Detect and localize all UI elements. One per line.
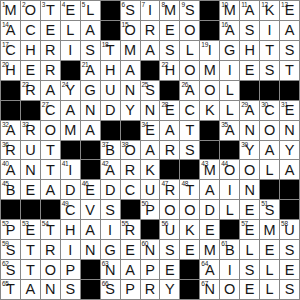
grid-cell[interactable]: 2O	[21, 1, 40, 20]
grid-cell[interactable]: 32A	[1, 121, 20, 140]
grid-cell[interactable]: O	[180, 200, 199, 219]
grid-cell[interactable]: E	[160, 21, 179, 40]
cell-letter: R	[41, 41, 60, 60]
grid-cell[interactable]: 6S	[121, 1, 140, 20]
grid-cell[interactable]: E	[41, 21, 60, 40]
grid-cell[interactable]: A	[160, 121, 179, 140]
grid-cell[interactable]: A	[81, 220, 100, 239]
grid-cell[interactable]: 17C	[1, 41, 20, 60]
cell-letter: P	[141, 260, 160, 279]
grid-cell[interactable]: R	[141, 21, 160, 40]
cell-letter: O	[160, 200, 179, 219]
grid-cell[interactable]: S	[101, 200, 120, 219]
grid-cell[interactable]: E	[121, 240, 140, 259]
grid-cell[interactable]: L	[240, 240, 259, 259]
grid-cell[interactable]: 64A	[200, 260, 219, 279]
grid-cell[interactable]: 65T	[1, 280, 20, 299]
grid-cell[interactable]: 36R	[1, 141, 20, 160]
grid-cell[interactable]: 31E	[280, 101, 299, 120]
cell-letter: E	[240, 280, 259, 299]
cell-letter: E	[160, 260, 179, 279]
grid-cell[interactable]: 67N	[200, 280, 219, 299]
grid-cell[interactable]: 43M	[200, 160, 219, 179]
cell-letter: E	[240, 61, 259, 80]
grid-cell[interactable]: U	[141, 180, 160, 199]
grid-cell[interactable]: 23R	[21, 81, 40, 100]
cell-letter: K	[200, 101, 219, 120]
grid-cell[interactable]: 57E	[240, 220, 259, 239]
cell-letter: O	[180, 200, 199, 219]
grid-cell[interactable]: 39Y	[240, 141, 259, 160]
grid-cell[interactable]: 66S	[101, 280, 120, 299]
cell-letter: Y	[121, 101, 140, 120]
grid-cell[interactable]: C	[121, 180, 140, 199]
cell-letter: O	[41, 121, 60, 140]
cell-letter: U	[280, 220, 299, 239]
cell-letter: M	[260, 220, 279, 239]
grid-cell[interactable]: 5L	[81, 1, 100, 20]
cell-letter: N	[240, 121, 259, 140]
black-cell	[180, 160, 199, 179]
grid-cell[interactable]: O	[180, 21, 199, 40]
cell-letter: S	[1, 240, 20, 259]
cell-letter: Y	[240, 141, 259, 160]
cell-letter: R	[141, 21, 160, 40]
grid-cell[interactable]: A	[61, 101, 80, 120]
grid-cell[interactable]: N	[240, 121, 259, 140]
grid-cell[interactable]: 51S	[260, 200, 279, 219]
grid-cell[interactable]: 54T	[41, 220, 60, 239]
cell-letter: C	[180, 101, 199, 120]
cell-letter: S	[101, 200, 120, 219]
grid-cell[interactable]: G	[81, 81, 100, 100]
grid-cell[interactable]: N	[240, 180, 259, 199]
grid-cell[interactable]: A	[21, 280, 40, 299]
grid-cell[interactable]: 47R	[160, 180, 179, 199]
grid-cell[interactable]: Y	[121, 101, 140, 120]
grid-cell[interactable]: N	[280, 121, 299, 140]
cell-letter: E	[21, 61, 40, 80]
grid-cell[interactable]: T	[280, 61, 299, 80]
grid-cell[interactable]: E	[260, 240, 279, 259]
grid-cell[interactable]: K	[141, 160, 160, 179]
grid-cell[interactable]: R	[41, 41, 60, 60]
cell-letter: T	[260, 41, 279, 60]
grid-cell[interactable]: E	[21, 180, 40, 199]
grid-cell[interactable]: 19I	[200, 41, 219, 60]
grid-cell[interactable]: 15O	[121, 21, 140, 40]
grid-cell[interactable]: S	[160, 41, 179, 60]
grid-cell[interactable]: E	[21, 61, 40, 80]
grid-cell[interactable]: 49C	[61, 200, 80, 219]
grid-cell[interactable]: L	[260, 260, 279, 279]
grid-cell[interactable]: T	[260, 41, 279, 60]
grid-cell[interactable]: T	[21, 240, 40, 259]
cell-letter: S	[280, 41, 299, 60]
grid-cell[interactable]: A	[121, 260, 140, 279]
black-cell	[260, 81, 279, 100]
grid-cell[interactable]: D	[101, 180, 120, 199]
cell-letter: R	[1, 141, 20, 160]
grid-cell[interactable]: S	[61, 280, 80, 299]
grid-cell[interactable]: L	[180, 41, 199, 60]
grid-cell[interactable]: M	[61, 121, 80, 140]
cell-letter: T	[101, 41, 120, 60]
grid-cell[interactable]: T	[21, 260, 40, 279]
grid-cell[interactable]: O	[200, 81, 219, 100]
grid-cell[interactable]: 37B	[101, 141, 120, 160]
grid-cell[interactable]: A	[280, 160, 299, 179]
cell-letter: D	[200, 200, 219, 219]
grid-cell[interactable]: O	[160, 200, 179, 219]
black-cell	[200, 121, 219, 140]
grid-cell[interactable]: 12K	[260, 1, 279, 20]
grid-cell[interactable]: 4E	[61, 1, 80, 20]
grid-cell[interactable]: R	[160, 141, 179, 160]
cell-letter: O	[220, 160, 239, 179]
cell-letter: I	[260, 21, 279, 40]
cell-letter: T	[41, 160, 60, 179]
grid-cell[interactable]: 46E	[81, 180, 100, 199]
grid-cell[interactable]: 11A	[240, 1, 259, 20]
cell-letter: M	[200, 240, 219, 259]
grid-cell[interactable]: 56U	[160, 220, 179, 239]
cell-letter: R	[160, 141, 179, 160]
grid-cell[interactable]: 16A	[220, 21, 239, 40]
grid-cell[interactable]: I	[220, 260, 239, 279]
cell-letter: M	[200, 160, 219, 179]
black-cell	[101, 121, 120, 140]
grid-cell[interactable]: Y	[160, 280, 179, 299]
grid-cell[interactable]: R	[141, 280, 160, 299]
cell-letter: I	[61, 41, 80, 60]
black-cell	[160, 160, 179, 179]
cell-letter: A	[180, 81, 199, 100]
grid-cell[interactable]: S	[81, 41, 100, 60]
grid-cell[interactable]: L	[260, 280, 279, 299]
grid-cell[interactable]: I	[101, 220, 120, 239]
grid-cell[interactable]: E	[240, 280, 259, 299]
grid-cell[interactable]: O	[41, 121, 60, 140]
grid-cell[interactable]: 59S	[1, 240, 20, 259]
grid-cell[interactable]: 1M	[1, 1, 20, 20]
black-cell	[1, 81, 20, 100]
grid-cell[interactable]: D	[200, 200, 219, 219]
cell-letter: E	[280, 1, 299, 20]
grid-cell[interactable]: R	[41, 61, 60, 80]
grid-cell[interactable]: M	[121, 41, 140, 60]
cell-letter: B	[101, 141, 120, 160]
grid-cell[interactable]: 9S	[180, 1, 199, 20]
grid-cell[interactable]: 63N	[101, 260, 120, 279]
grid-cell[interactable]: P	[121, 280, 140, 299]
grid-cell[interactable]: 8M	[160, 1, 179, 20]
grid-cell[interactable]: A	[81, 121, 100, 140]
grid-cell[interactable]: 26A	[180, 81, 199, 100]
black-cell	[1, 200, 20, 219]
grid-cell[interactable]: S	[240, 260, 259, 279]
cell-letter: A	[260, 141, 279, 160]
cell-letter: S	[240, 260, 259, 279]
grid-cell[interactable]: M	[200, 61, 219, 80]
grid-cell[interactable]: M	[200, 240, 219, 259]
grid-cell[interactable]: A	[41, 81, 60, 100]
cell-letter: E	[180, 240, 199, 259]
grid-cell[interactable]: I	[220, 61, 239, 80]
grid-cell[interactable]: 40A	[1, 160, 20, 179]
grid-cell[interactable]: T	[180, 121, 199, 140]
grid-cell[interactable]: 20H	[1, 61, 20, 80]
cell-letter: T	[280, 61, 299, 80]
grid-cell[interactable]: 61B	[220, 240, 239, 259]
black-cell	[81, 260, 100, 279]
grid-cell[interactable]: Y	[280, 141, 299, 160]
cell-letter: A	[141, 141, 160, 160]
grid-cell[interactable]: A	[280, 21, 299, 40]
grid-cell[interactable]: E	[200, 220, 219, 239]
grid-cell[interactable]: R	[41, 240, 60, 259]
cell-letter: D	[61, 180, 80, 199]
grid-cell[interactable]: 24Y	[61, 81, 80, 100]
cell-letter: A	[1, 21, 20, 40]
grid-cell[interactable]: S	[260, 61, 279, 80]
cell-letter: E	[61, 1, 80, 20]
cell-letter: A	[81, 121, 100, 140]
cell-letter: S	[141, 81, 160, 100]
grid-cell[interactable]: O	[41, 260, 60, 279]
grid-cell[interactable]: E	[240, 61, 259, 80]
cell-letter: E	[21, 180, 40, 199]
cell-letter: S	[160, 240, 179, 259]
cell-letter: P	[1, 220, 20, 239]
cell-letter: I	[141, 1, 160, 20]
cell-letter: R	[41, 240, 60, 259]
cell-letter: N	[41, 280, 60, 299]
cell-letter: L	[260, 260, 279, 279]
grid-cell[interactable]: A	[200, 180, 219, 199]
cell-letter: S	[280, 240, 299, 259]
cell-letter: A	[121, 260, 140, 279]
cell-letter: O	[240, 160, 259, 179]
cell-letter: A	[220, 21, 239, 40]
grid-cell[interactable]: 45B	[1, 180, 20, 199]
grid-cell[interactable]: L	[220, 200, 239, 219]
black-cell	[141, 220, 160, 239]
grid-cell[interactable]: 52P	[1, 220, 20, 239]
cell-letter: L	[220, 200, 239, 219]
grid-cell[interactable]: U	[101, 81, 120, 100]
grid-cell[interactable]: S	[280, 240, 299, 259]
cell-letter: E	[200, 220, 219, 239]
crossword-grid: 1M2O3T4E5L6S7I8M9S10M11A12K13E14ACELA15O…	[0, 0, 300, 300]
grid-cell[interactable]: A	[260, 141, 279, 160]
grid-cell[interactable]: C	[21, 21, 40, 40]
grid-cell[interactable]: V	[81, 200, 100, 219]
grid-cell[interactable]: A	[81, 21, 100, 40]
cell-letter: E	[21, 220, 40, 239]
grid-cell[interactable]: O	[180, 61, 199, 80]
grid-cell[interactable]: 18T	[101, 41, 120, 60]
grid-cell[interactable]: H	[101, 61, 120, 80]
grid-cell[interactable]: D	[101, 101, 120, 120]
grid-cell[interactable]: N	[141, 101, 160, 120]
grid-cell[interactable]: S	[180, 141, 199, 160]
cell-letter: L	[61, 21, 80, 40]
cell-letter: E	[280, 260, 299, 279]
grid-cell[interactable]: T	[41, 160, 60, 179]
grid-cell[interactable]: 13E	[280, 1, 299, 20]
grid-cell[interactable]: 14A	[1, 21, 20, 40]
cell-letter: R	[121, 220, 140, 239]
grid-cell[interactable]: G	[220, 41, 239, 60]
cell-letter: M	[160, 1, 179, 20]
cell-letter: U	[160, 220, 179, 239]
grid-cell[interactable]: U	[21, 141, 40, 160]
grid-cell[interactable]: E	[240, 200, 259, 219]
cell-letter: N	[121, 81, 140, 100]
grid-cell[interactable]: 53E	[21, 220, 40, 239]
grid-cell[interactable]: 58U	[280, 220, 299, 239]
cell-letter: A	[41, 180, 60, 199]
grid-cell[interactable]: 34E	[141, 121, 160, 140]
grid-cell[interactable]: H	[21, 41, 40, 60]
grid-cell[interactable]: H	[61, 220, 80, 239]
grid-cell[interactable]: T	[41, 141, 60, 160]
cell-letter: M	[200, 61, 219, 80]
cell-letter: S	[260, 61, 279, 80]
grid-cell[interactable]: L	[220, 81, 239, 100]
grid-cell[interactable]: A	[141, 41, 160, 60]
grid-cell[interactable]: 48T	[180, 180, 199, 199]
cell-letter: A	[240, 1, 259, 20]
black-cell	[160, 81, 179, 100]
grid-cell[interactable]: E	[280, 260, 299, 279]
grid-cell[interactable]: 29A	[240, 101, 259, 120]
cell-letter: S	[101, 280, 120, 299]
grid-cell[interactable]: 35A	[220, 121, 239, 140]
grid-cell[interactable]: I	[220, 180, 239, 199]
grid-cell[interactable]: 60N	[141, 240, 160, 259]
grid-cell[interactable]: N	[81, 101, 100, 120]
grid-cell[interactable]: A	[121, 61, 140, 80]
cell-letter: I	[220, 260, 239, 279]
cell-letter: O	[41, 260, 60, 279]
cell-letter: I	[61, 240, 80, 259]
grid-cell[interactable]: K	[200, 101, 219, 120]
cell-letter: C	[1, 41, 20, 60]
cell-letter: O	[180, 21, 199, 40]
grid-cell[interactable]: P	[141, 260, 160, 279]
grid-cell[interactable]: C	[180, 101, 199, 120]
grid-cell[interactable]: 50P	[141, 200, 160, 219]
black-cell	[81, 280, 100, 299]
cell-letter: G	[220, 41, 239, 60]
grid-cell[interactable]: 33R	[21, 121, 40, 140]
cell-letter: B	[1, 180, 20, 199]
cell-letter: S	[1, 260, 20, 279]
cell-letter: A	[1, 160, 20, 179]
grid-cell[interactable]: E	[160, 260, 179, 279]
grid-cell[interactable]: S	[240, 21, 259, 40]
grid-cell[interactable]: 3T	[41, 1, 60, 20]
grid-cell[interactable]: 21A	[81, 61, 100, 80]
cell-letter: A	[220, 121, 239, 140]
grid-cell[interactable]: N	[41, 280, 60, 299]
cell-letter: T	[180, 121, 199, 140]
cell-letter: N	[240, 180, 259, 199]
cell-letter: A	[81, 61, 100, 80]
cell-letter: A	[81, 21, 100, 40]
grid-cell[interactable]: 44O	[220, 160, 239, 179]
grid-cell[interactable]: K	[180, 220, 199, 239]
cell-letter: T	[41, 141, 60, 160]
grid-cell[interactable]: S	[160, 240, 179, 259]
grid-cell[interactable]: 22H	[160, 61, 179, 80]
grid-cell[interactable]: I	[61, 240, 80, 259]
grid-cell[interactable]: 10M	[220, 1, 239, 20]
grid-cell[interactable]: O	[220, 280, 239, 299]
grid-cell[interactable]: L	[260, 160, 279, 179]
grid-cell[interactable]: I	[260, 21, 279, 40]
grid-cell[interactable]: 38O	[121, 141, 140, 160]
grid-cell[interactable]: L	[220, 101, 239, 120]
grid-cell[interactable]: 28E	[160, 101, 179, 120]
cell-letter: M	[61, 121, 80, 140]
grid-cell[interactable]: E	[180, 240, 199, 259]
grid-cell[interactable]: 62S	[1, 260, 20, 279]
grid-cell[interactable]: A	[141, 141, 160, 160]
cell-letter: E	[121, 240, 140, 259]
grid-cell[interactable]: N	[81, 240, 100, 259]
grid-cell[interactable]: I	[61, 41, 80, 60]
grid-cell[interactable]: R	[121, 160, 140, 179]
grid-cell[interactable]: 25S	[141, 81, 160, 100]
grid-cell[interactable]: P	[61, 260, 80, 279]
grid-cell[interactable]: 30C	[260, 101, 279, 120]
grid-cell[interactable]: M	[260, 220, 279, 239]
grid-cell[interactable]: D	[61, 180, 80, 199]
grid-cell[interactable]: 7I	[141, 1, 160, 20]
cell-letter: T	[41, 1, 60, 20]
cell-letter: C	[61, 200, 80, 219]
cell-letter: C	[121, 180, 140, 199]
grid-cell[interactable]: A	[41, 180, 60, 199]
grid-cell[interactable]: 27C	[41, 101, 60, 120]
grid-cell[interactable]: L	[61, 21, 80, 40]
grid-cell[interactable]: N	[121, 81, 140, 100]
black-cell	[200, 21, 219, 40]
cell-letter: O	[21, 1, 40, 20]
grid-cell[interactable]: N	[21, 160, 40, 179]
cell-letter: E	[160, 21, 179, 40]
grid-cell[interactable]: H	[240, 41, 259, 60]
cell-letter: L	[81, 1, 100, 20]
black-cell	[220, 220, 239, 239]
grid-cell[interactable]: O	[240, 160, 259, 179]
grid-cell[interactable]: O	[260, 121, 279, 140]
black-cell	[61, 61, 80, 80]
black-cell	[81, 160, 100, 179]
grid-cell[interactable]: S	[280, 280, 299, 299]
cell-letter: H	[240, 41, 259, 60]
grid-cell[interactable]: 42A	[101, 160, 120, 179]
grid-cell[interactable]: 41I	[61, 160, 80, 179]
grid-cell[interactable]: G	[101, 240, 120, 259]
grid-cell[interactable]: S	[280, 41, 299, 60]
cell-letter: L	[260, 160, 279, 179]
cell-letter: D	[101, 180, 120, 199]
grid-cell[interactable]: 55R	[121, 220, 140, 239]
